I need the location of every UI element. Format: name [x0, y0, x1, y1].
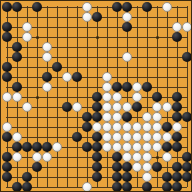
white-stone: [132, 132, 142, 142]
black-stone: [92, 132, 102, 142]
black-stone: [112, 2, 122, 12]
white-stone: [32, 152, 42, 162]
black-stone: [122, 172, 132, 182]
white-stone: [162, 102, 172, 112]
black-stone: [2, 62, 12, 72]
black-stone: [152, 92, 162, 102]
grid-line-horizontal: [6, 187, 187, 188]
white-stone: [122, 152, 132, 162]
black-stone: [2, 32, 12, 42]
star-point: [156, 36, 159, 39]
white-stone: [132, 152, 142, 162]
white-stone: [52, 142, 62, 152]
black-stone: [92, 12, 102, 22]
black-stone: [42, 142, 52, 152]
black-stone: [122, 2, 132, 12]
white-stone: [142, 132, 152, 142]
black-stone: [92, 162, 102, 172]
star-point: [36, 36, 39, 39]
white-stone: [42, 82, 52, 92]
white-stone: [112, 122, 122, 132]
white-stone: [92, 122, 102, 132]
black-stone: [172, 172, 182, 182]
black-stone: [142, 82, 152, 92]
white-stone: [22, 22, 32, 32]
black-stone: [12, 52, 22, 62]
white-stone: [152, 102, 162, 112]
black-stone: [12, 182, 22, 192]
black-stone: [32, 2, 42, 12]
black-stone: [152, 162, 162, 172]
white-stone: [132, 82, 142, 92]
white-stone: [112, 102, 122, 112]
black-stone: [72, 72, 82, 82]
black-stone: [82, 142, 92, 152]
white-stone: [142, 152, 152, 162]
white-stone: [112, 132, 122, 142]
white-stone: [172, 22, 182, 32]
black-stone: [92, 172, 102, 182]
black-stone: [182, 152, 192, 162]
black-stone: [112, 182, 122, 192]
black-stone: [32, 162, 42, 172]
black-stone: [22, 172, 32, 182]
black-stone: [12, 142, 22, 152]
black-stone: [52, 62, 62, 72]
black-stone: [2, 132, 12, 142]
black-stone: [92, 112, 102, 122]
black-stone: [22, 182, 32, 192]
black-stone: [172, 92, 182, 102]
white-stone: [162, 132, 172, 142]
white-stone: [142, 122, 152, 132]
white-stone: [152, 132, 162, 142]
black-stone: [12, 2, 22, 12]
go-board[interactable]: [0, 0, 192, 192]
black-stone: [172, 142, 182, 152]
black-stone: [112, 162, 122, 172]
white-stone: [122, 132, 132, 142]
white-stone: [102, 92, 112, 102]
white-stone: [122, 122, 132, 132]
black-stone: [62, 102, 72, 112]
black-stone: [172, 102, 182, 112]
black-stone: [2, 72, 12, 82]
black-stone: [122, 112, 132, 122]
black-stone: [2, 2, 12, 12]
white-stone: [102, 122, 112, 132]
white-stone: [122, 52, 132, 62]
white-stone: [142, 172, 152, 182]
black-stone: [92, 92, 102, 102]
white-stone: [12, 132, 22, 142]
white-stone: [122, 102, 132, 112]
white-stone: [62, 72, 72, 82]
white-stone: [152, 142, 162, 152]
white-stone: [42, 52, 52, 62]
white-stone: [122, 12, 132, 22]
black-stone: [2, 152, 12, 162]
white-stone: [152, 112, 162, 122]
white-stone: [122, 142, 132, 152]
black-stone: [122, 82, 132, 92]
white-stone: [152, 122, 162, 132]
white-stone: [142, 162, 152, 172]
black-stone: [172, 162, 182, 172]
black-stone: [182, 52, 192, 62]
white-stone: [42, 42, 52, 52]
white-stone: [112, 142, 122, 152]
star-point: [96, 36, 99, 39]
black-stone: [182, 162, 192, 172]
white-stone: [102, 112, 112, 122]
black-stone: [12, 82, 22, 92]
white-stone: [132, 162, 142, 172]
white-stone: [132, 142, 142, 152]
white-stone: [102, 142, 112, 152]
black-stone: [112, 82, 122, 92]
white-stone: [22, 32, 32, 42]
star-point: [156, 156, 159, 159]
black-stone: [162, 172, 172, 182]
black-stone: [32, 142, 42, 152]
black-stone: [162, 122, 172, 132]
white-stone: [102, 72, 112, 82]
white-stone: [102, 102, 112, 112]
black-stone: [92, 152, 102, 162]
black-stone: [2, 162, 12, 172]
black-stone: [12, 42, 22, 52]
black-stone: [82, 112, 92, 122]
black-stone: [2, 22, 12, 32]
white-stone: [42, 152, 52, 162]
black-stone: [2, 172, 12, 182]
white-stone: [82, 12, 92, 22]
black-stone: [112, 172, 122, 182]
white-stone: [162, 2, 172, 12]
white-stone: [2, 122, 12, 132]
black-stone: [112, 152, 122, 162]
star-point: [36, 96, 39, 99]
black-stone: [22, 142, 32, 152]
white-stone: [82, 2, 92, 12]
white-stone: [132, 122, 142, 132]
black-stone: [162, 142, 172, 152]
white-stone: [2, 92, 12, 102]
white-stone: [22, 102, 32, 112]
black-stone: [132, 102, 142, 112]
white-stone: [112, 112, 122, 122]
white-stone: [142, 112, 152, 122]
white-stone: [112, 92, 122, 102]
white-stone: [162, 152, 172, 162]
white-stone: [132, 92, 142, 102]
black-stone: [92, 102, 102, 112]
white-stone: [12, 92, 22, 102]
black-stone: [82, 122, 92, 132]
white-stone: [102, 82, 112, 92]
black-stone: [122, 22, 132, 32]
black-stone: [142, 182, 152, 192]
black-stone: [172, 182, 182, 192]
black-stone: [172, 32, 182, 42]
black-stone: [122, 182, 132, 192]
white-stone: [102, 132, 112, 142]
black-stone: [182, 172, 192, 182]
black-stone: [162, 182, 172, 192]
black-stone: [172, 112, 182, 122]
white-stone: [172, 122, 182, 132]
black-stone: [92, 142, 102, 152]
black-stone: [142, 2, 152, 12]
white-stone: [182, 22, 192, 32]
white-stone: [12, 152, 22, 162]
black-stone: [42, 72, 52, 82]
black-stone: [172, 132, 182, 142]
black-stone: [72, 132, 82, 142]
white-stone: [142, 142, 152, 152]
white-stone: [82, 182, 92, 192]
white-stone: [72, 102, 82, 112]
black-stone: [182, 112, 192, 122]
black-stone: [122, 162, 132, 172]
